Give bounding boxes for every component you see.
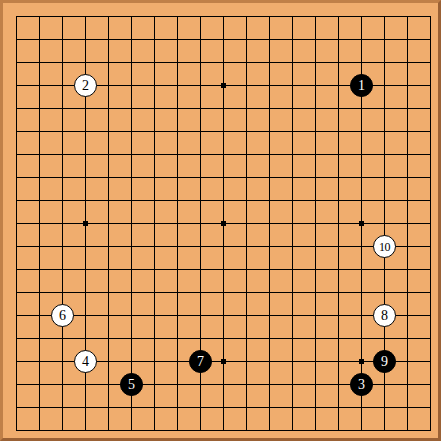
stone-move-number: 3 bbox=[358, 378, 365, 392]
grid-line-vertical bbox=[407, 16, 408, 431]
stone-white-R9[interactable]: 10 bbox=[373, 235, 396, 258]
stone-move-number: 1 bbox=[358, 79, 365, 93]
stone-white-R6[interactable]: 8 bbox=[373, 304, 396, 327]
grid-line-horizontal bbox=[16, 315, 431, 316]
stone-black-Q3[interactable]: 3 bbox=[350, 373, 373, 396]
stone-black-Q16[interactable]: 1 bbox=[350, 74, 373, 97]
star-point bbox=[83, 221, 88, 226]
grid-line-horizontal bbox=[16, 292, 431, 293]
star-point bbox=[221, 359, 226, 364]
stone-move-number: 2 bbox=[82, 79, 89, 93]
stone-black-R4[interactable]: 9 bbox=[373, 350, 396, 373]
stone-move-number: 10 bbox=[379, 241, 390, 253]
stone-move-number: 5 bbox=[128, 378, 135, 392]
stone-move-number: 9 bbox=[381, 355, 388, 369]
stone-move-number: 7 bbox=[197, 355, 204, 369]
grid-line-horizontal bbox=[16, 338, 431, 339]
star-point bbox=[221, 221, 226, 226]
grid-line-horizontal bbox=[16, 246, 431, 247]
stone-black-F3[interactable]: 5 bbox=[120, 373, 143, 396]
grid-line-vertical bbox=[246, 16, 247, 431]
star-point bbox=[221, 83, 226, 88]
grid-line-horizontal bbox=[16, 430, 431, 431]
stone-white-C6[interactable]: 6 bbox=[51, 304, 74, 327]
grid-line-vertical bbox=[430, 16, 431, 431]
stone-black-J4[interactable]: 7 bbox=[189, 350, 212, 373]
star-point bbox=[359, 221, 364, 226]
grid-line-vertical bbox=[269, 16, 270, 431]
star-point bbox=[359, 359, 364, 364]
grid-line-vertical bbox=[292, 16, 293, 431]
stone-move-number: 4 bbox=[82, 355, 89, 369]
grid-line-vertical bbox=[338, 16, 339, 431]
stone-move-number: 8 bbox=[381, 309, 388, 323]
go-board[interactable]: 12345678910 bbox=[0, 0, 441, 441]
stone-move-number: 6 bbox=[59, 309, 66, 323]
grid-line-horizontal bbox=[16, 407, 431, 408]
stone-white-D16[interactable]: 2 bbox=[74, 74, 97, 97]
grid-line-horizontal bbox=[16, 269, 431, 270]
stone-white-D4[interactable]: 4 bbox=[74, 350, 97, 373]
grid-line-vertical bbox=[315, 16, 316, 431]
